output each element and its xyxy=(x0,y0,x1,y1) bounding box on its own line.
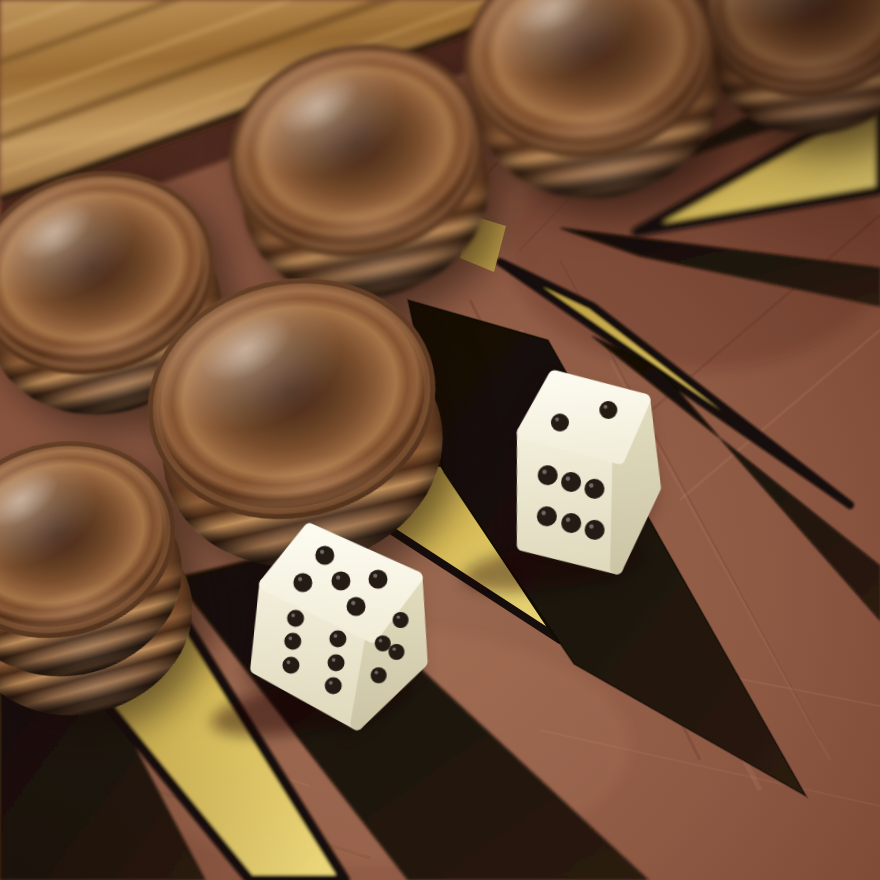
dice-layer xyxy=(0,0,880,880)
backgammon-board-photo xyxy=(0,0,880,880)
die-2[interactable] xyxy=(515,372,659,573)
